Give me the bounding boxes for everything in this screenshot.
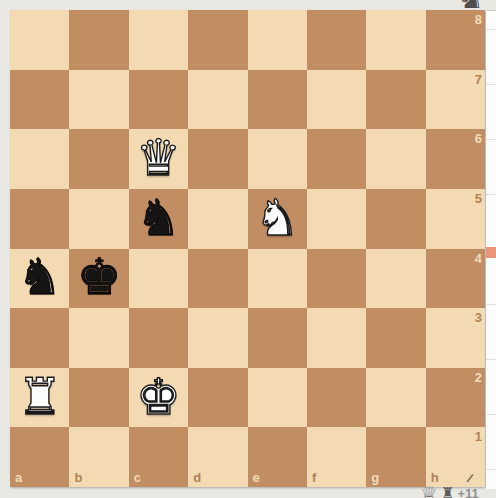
square-f3[interactable] — [307, 308, 366, 368]
square-b1[interactable] — [69, 427, 128, 487]
square-g1[interactable] — [366, 427, 425, 487]
black-rook-icon: ♜ — [441, 486, 454, 498]
square-c2[interactable]: ♚ — [129, 368, 188, 428]
square-g5[interactable] — [366, 189, 425, 249]
square-h6[interactable] — [426, 129, 485, 189]
square-c1[interactable] — [129, 427, 188, 487]
square-a6[interactable] — [10, 129, 69, 189]
square-e2[interactable] — [248, 368, 307, 428]
square-d5[interactable] — [188, 189, 247, 249]
white-king[interactable]: ♚ — [136, 372, 181, 422]
square-f6[interactable] — [307, 129, 366, 189]
square-b2[interactable] — [69, 368, 128, 428]
square-h2[interactable] — [426, 368, 485, 428]
panel-row-divider — [486, 359, 496, 360]
square-a4[interactable]: ♞ — [10, 249, 69, 309]
square-a7[interactable] — [10, 70, 69, 130]
square-b8[interactable] — [69, 10, 128, 70]
square-a2[interactable]: ♜ — [10, 368, 69, 428]
side-panel — [486, 10, 496, 489]
square-d7[interactable] — [188, 70, 247, 130]
square-e1[interactable] — [248, 427, 307, 487]
square-h4[interactable] — [426, 249, 485, 309]
square-b6[interactable] — [69, 129, 128, 189]
square-e4[interactable] — [248, 249, 307, 309]
square-b3[interactable] — [69, 308, 128, 368]
square-c6[interactable]: ♛ — [129, 129, 188, 189]
panel-row-divider — [486, 29, 496, 30]
square-f7[interactable] — [307, 70, 366, 130]
square-a3[interactable] — [10, 308, 69, 368]
square-d6[interactable] — [188, 129, 247, 189]
square-d3[interactable] — [188, 308, 247, 368]
square-e3[interactable] — [248, 308, 307, 368]
move-highlight-marker[interactable] — [486, 247, 496, 258]
panel-row-divider — [486, 139, 496, 140]
square-h1[interactable] — [426, 427, 485, 487]
square-e8[interactable] — [248, 10, 307, 70]
square-e7[interactable] — [248, 70, 307, 130]
white-queen-icon: ♕ — [420, 484, 438, 498]
square-e6[interactable] — [248, 129, 307, 189]
analysis-screen: ♞ ♛♞♞♞♚♜♚ 87654321abcdefgh ∕∕ ♕ ♜ +11 — [0, 0, 496, 498]
square-f8[interactable] — [307, 10, 366, 70]
square-c8[interactable] — [129, 10, 188, 70]
panel-row-divider — [486, 194, 496, 195]
white-knight[interactable]: ♞ — [255, 193, 300, 243]
square-b7[interactable] — [69, 70, 128, 130]
square-c5[interactable]: ♞ — [129, 189, 188, 249]
black-king[interactable]: ♚ — [77, 252, 122, 302]
square-h8[interactable] — [426, 10, 485, 70]
square-a5[interactable] — [10, 189, 69, 249]
panel-row-divider — [486, 84, 496, 85]
square-b4[interactable]: ♚ — [69, 249, 128, 309]
white-queen[interactable]: ♛ — [136, 133, 181, 183]
square-g7[interactable] — [366, 70, 425, 130]
panel-row-divider — [486, 469, 496, 470]
square-c4[interactable] — [129, 249, 188, 309]
square-d2[interactable] — [188, 368, 247, 428]
square-c3[interactable] — [129, 308, 188, 368]
square-f1[interactable] — [307, 427, 366, 487]
black-knight[interactable]: ♞ — [136, 193, 181, 243]
square-a8[interactable] — [10, 10, 69, 70]
square-h7[interactable] — [426, 70, 485, 130]
white-rook[interactable]: ♜ — [17, 372, 62, 422]
panel-row-divider — [486, 414, 496, 415]
square-h5[interactable] — [426, 189, 485, 249]
square-c7[interactable] — [129, 70, 188, 130]
square-a1[interactable] — [10, 427, 69, 487]
square-f4[interactable] — [307, 249, 366, 309]
square-d1[interactable] — [188, 427, 247, 487]
square-h3[interactable] — [426, 308, 485, 368]
square-f2[interactable] — [307, 368, 366, 428]
square-d4[interactable] — [188, 249, 247, 309]
chess-board: ♛♞♞♞♚♜♚ 87654321abcdefgh — [10, 10, 485, 487]
panel-row-divider — [486, 304, 496, 305]
square-g8[interactable] — [366, 10, 425, 70]
material-advantage: +11 — [457, 486, 478, 498]
black-knight[interactable]: ♞ — [17, 252, 62, 302]
square-g6[interactable] — [366, 129, 425, 189]
captured-pieces-bar: ♕ ♜ +11 — [420, 484, 496, 498]
square-b5[interactable] — [69, 189, 128, 249]
square-g3[interactable] — [366, 308, 425, 368]
square-g2[interactable] — [366, 368, 425, 428]
square-f5[interactable] — [307, 189, 366, 249]
square-g4[interactable] — [366, 249, 425, 309]
board-grid: ♛♞♞♞♚♜♚ — [10, 10, 485, 487]
square-d8[interactable] — [188, 10, 247, 70]
square-e5[interactable]: ♞ — [248, 189, 307, 249]
